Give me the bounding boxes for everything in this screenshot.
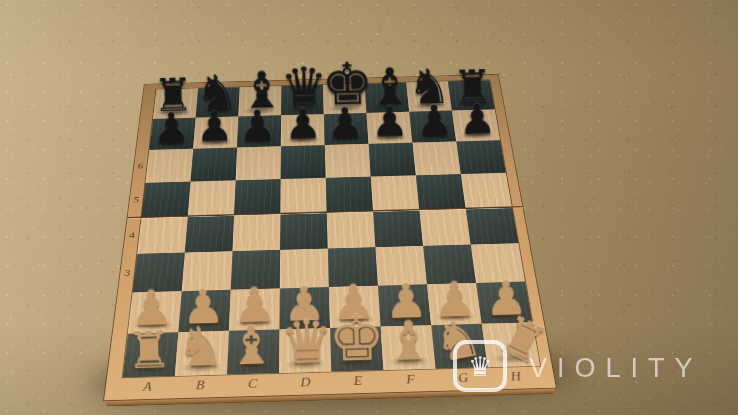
square-g1[interactable]: ♞ (431, 324, 488, 369)
file-label: G (436, 368, 491, 388)
square-a5[interactable] (141, 181, 190, 217)
square-b5[interactable] (188, 180, 236, 216)
piece-black-pawn[interactable]: ♟ (322, 102, 369, 145)
square-f6[interactable] (369, 143, 416, 177)
square-e4[interactable] (327, 211, 376, 249)
board-grid: ♜♞♝♛♚♝♞♜♟♟♟♟♟♟♟♟♟♟♟♟♟♟♟♟♜♞♝♛♚♝♞♜ (123, 80, 540, 377)
square-h7[interactable]: ♟ (452, 109, 500, 141)
square-a4[interactable] (137, 216, 188, 254)
file-label: E (331, 371, 385, 391)
square-g6[interactable] (412, 141, 460, 175)
square-b6[interactable] (191, 148, 237, 182)
square-c6[interactable] (236, 146, 281, 180)
square-e5[interactable] (326, 176, 373, 212)
square-h5[interactable] (461, 173, 512, 209)
square-f1[interactable]: ♝ (381, 325, 436, 370)
square-f5[interactable] (371, 175, 420, 211)
piece-white-rook[interactable]: ♜ (123, 324, 175, 377)
square-d7[interactable]: ♟ (281, 114, 325, 146)
square-a7[interactable]: ♟ (149, 118, 195, 150)
piece-white-queen[interactable]: ♛ (280, 312, 332, 372)
square-b7[interactable]: ♟ (193, 117, 238, 149)
square-e1[interactable]: ♚ (330, 327, 383, 372)
square-g7[interactable]: ♟ (409, 111, 456, 143)
square-d4[interactable] (280, 212, 328, 250)
square-h4[interactable] (466, 207, 519, 245)
square-e7[interactable]: ♟ (324, 113, 369, 145)
piece-black-pawn[interactable]: ♟ (234, 104, 281, 147)
piece-black-pawn[interactable]: ♟ (281, 103, 324, 146)
piece-black-pawn[interactable]: ♟ (367, 101, 412, 144)
piece-white-bishop[interactable]: ♝ (224, 319, 280, 374)
square-d6[interactable] (281, 145, 326, 179)
square-h6[interactable] (456, 140, 506, 174)
square-a1[interactable]: ♜ (123, 332, 179, 377)
square-c7[interactable]: ♟ (237, 115, 281, 147)
square-d1[interactable]: ♛ (279, 328, 331, 373)
square-c5[interactable] (234, 179, 281, 215)
piece-white-bishop[interactable]: ♝ (382, 315, 436, 370)
file-label: F (384, 370, 438, 390)
square-d5[interactable] (280, 178, 326, 214)
file-label: C (226, 374, 279, 394)
square-e6[interactable] (325, 144, 371, 178)
piece-white-knight[interactable]: ♞ (173, 321, 227, 376)
square-g4[interactable] (419, 208, 470, 246)
file-label: B (173, 376, 227, 396)
chess-board[interactable]: ♜♞♝♛♚♝♞♜♟♟♟♟♟♟♟♟♟♟♟♟♟♟♟♟♜♞♝♛♚♝♞♜ 6543 AB… (104, 75, 556, 401)
piece-white-knight[interactable]: ♞ (428, 310, 487, 371)
square-g5[interactable] (416, 174, 466, 210)
piece-black-pawn[interactable]: ♟ (150, 107, 193, 150)
square-b1[interactable]: ♞ (175, 331, 229, 376)
piece-black-pawn[interactable]: ♟ (455, 98, 500, 141)
piece-white-king[interactable]: ♚ (328, 306, 384, 370)
board-perspective-wrap: ♜♞♝♛♚♝♞♜♟♟♟♟♟♟♟♟♟♟♟♟♟♟♟♟♜♞♝♛♚♝♞♜ 6543 AB… (91, 0, 556, 400)
square-c4[interactable] (232, 213, 280, 251)
square-c1[interactable]: ♝ (227, 329, 279, 374)
square-f4[interactable] (373, 210, 423, 248)
piece-black-pawn[interactable]: ♟ (192, 106, 237, 149)
file-label: D (279, 373, 332, 393)
piece-black-pawn[interactable]: ♟ (413, 99, 456, 142)
file-label: A (120, 377, 175, 397)
square-f7[interactable]: ♟ (367, 112, 413, 144)
file-label: H (488, 367, 544, 387)
square-a6[interactable] (146, 149, 194, 183)
square-h1[interactable]: ♜ (482, 322, 540, 367)
square-b4[interactable] (185, 215, 234, 253)
photo-scene: ♜♞♝♛♚♝♞♜♟♟♟♟♟♟♟♟♟♟♟♟♟♟♟♟♜♞♝♛♚♝♞♜ 6543 AB… (0, 0, 738, 415)
